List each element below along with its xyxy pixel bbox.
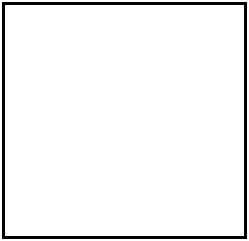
sudoku-screen xyxy=(0,0,249,241)
sudoku-board xyxy=(2,2,247,239)
